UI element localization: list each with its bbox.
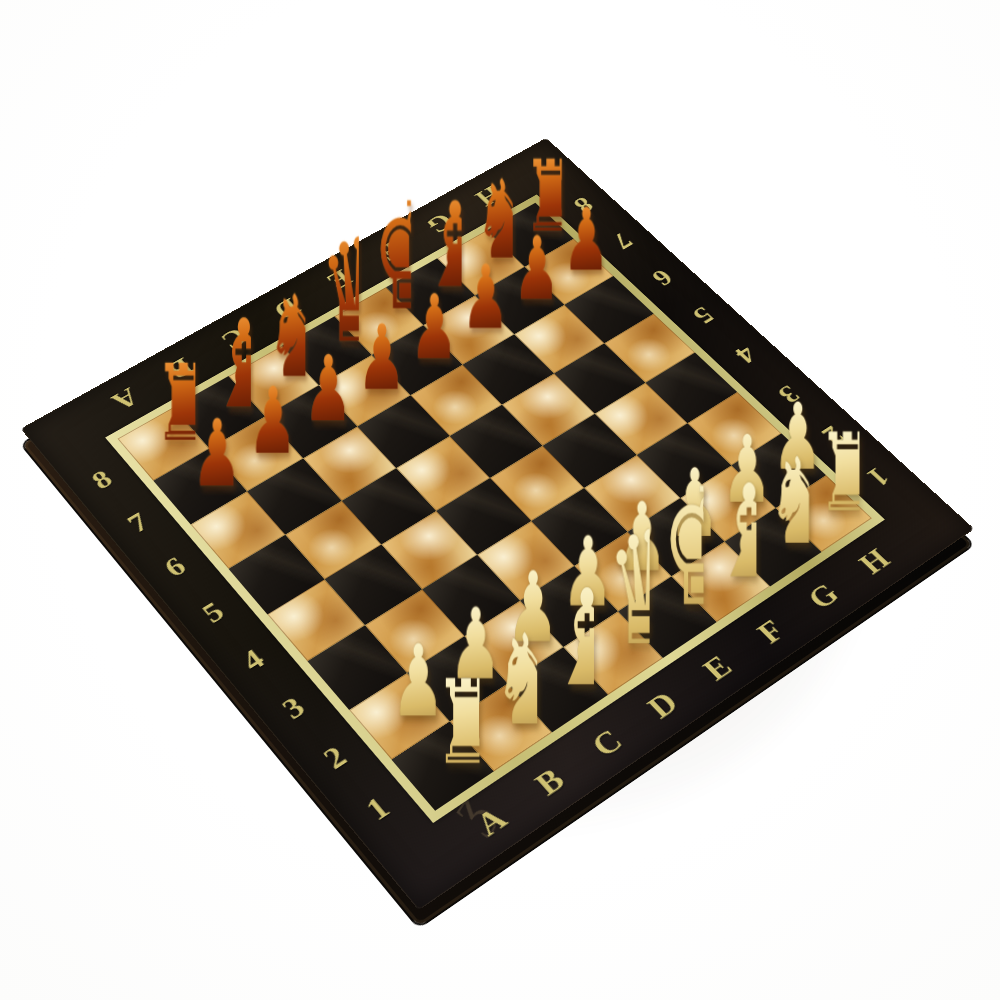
rank-label-left-5: 5 xyxy=(196,595,231,629)
file-label-near-b: B xyxy=(528,762,572,803)
rank-label-right-4: 4 xyxy=(728,340,763,369)
piece-amber-pawn-b7[interactable]: ♟ xyxy=(247,375,289,467)
file-label-near-h: H xyxy=(852,543,897,581)
rank-label-left-7: 7 xyxy=(121,506,155,538)
piece-amber-pawn-c7[interactable]: ♟ xyxy=(303,344,344,435)
chess-board: Ʒ ♜♝♞♛♚♝♞♜♟♟♟♟♟♟♟♟♟♟♟♟♟♟♟♟♜♞♝♛♚♝♞♜ AABBC… xyxy=(21,138,975,910)
file-label-near-c: C xyxy=(584,723,629,764)
file-label-near-g: G xyxy=(801,577,847,616)
photo-background: Ʒ ♜♝♞♛♚♝♞♜♟♟♟♟♟♟♟♟♟♟♟♟♟♟♟♟♜♞♝♛♚♝♞♜ AABBC… xyxy=(0,0,1000,1000)
square-d6[interactable] xyxy=(357,395,450,468)
file-label-near-d: D xyxy=(640,685,685,725)
rank-label-left-2: 2 xyxy=(316,739,353,776)
rank-label-right-7: 7 xyxy=(606,227,639,254)
rank-label-left-6: 6 xyxy=(158,550,193,583)
rank-label-left-8: 8 xyxy=(85,464,118,495)
rank-label-left-3: 3 xyxy=(275,690,312,726)
piece-amber-pawn-f7[interactable]: ♟ xyxy=(461,254,501,342)
file-label-near-f: F xyxy=(750,614,792,651)
piece-cream-pawn-a2[interactable]: ♟ xyxy=(391,632,436,731)
piece-amber-pawn-g7[interactable]: ♟ xyxy=(512,225,552,312)
board-frame: Ʒ ♜♝♞♛♚♝♞♜♟♟♟♟♟♟♟♟♟♟♟♟♟♟♟♟♜♞♝♛♚♝♞♜ AABBC… xyxy=(21,138,975,910)
rank-label-right-5: 5 xyxy=(686,301,720,329)
piece-amber-pawn-d7[interactable]: ♟ xyxy=(356,313,397,403)
piece-anchor: ♜ xyxy=(427,762,486,801)
piece-cream-rook-a1[interactable]: ♜ xyxy=(434,666,480,782)
file-label-far-a: A xyxy=(105,382,144,415)
rank-label-left-4: 4 xyxy=(235,642,271,677)
rank-label-right-6: 6 xyxy=(645,264,679,291)
piece-amber-pawn-a7[interactable]: ♟ xyxy=(191,407,233,500)
file-label-near-e: E xyxy=(696,649,739,687)
piece-amber-pawn-e7[interactable]: ♟ xyxy=(409,283,449,372)
piece-cream-knight-b1[interactable]: ♞ xyxy=(492,617,537,743)
rank-label-left-1: 1 xyxy=(358,790,396,828)
piece-anchor: ♟ xyxy=(184,483,241,516)
